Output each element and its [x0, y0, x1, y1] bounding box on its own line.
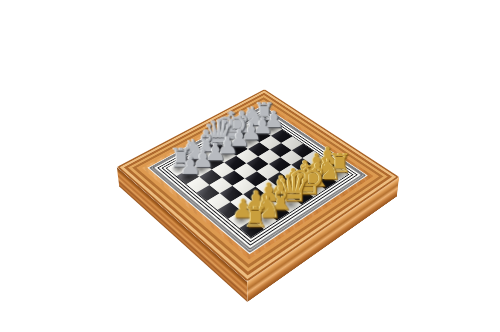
chess-board: ♜♞♝♛♚♝♞♜♟♟♟♟♟♟♟♟♟♟♟♟♟♟♟♟♜♞♝♛♚♝♞♜ [167, 116, 348, 238]
piece-silver-pawn: ♟ [180, 154, 202, 178]
wooden-base: ♜♞♝♛♚♝♞♜♟♟♟♟♟♟♟♟♟♟♟♟♟♟♟♟♜♞♝♛♚♝♞♜ [117, 89, 399, 282]
square-a1: ♜ [240, 220, 265, 238]
piece-gold-rook: ♜ [242, 203, 267, 231]
chess-set-scene: ♜♞♝♛♚♝♞♜♟♟♟♟♟♟♟♟♟♟♟♟♟♟♟♟♜♞♝♛♚♝♞♜ [0, 0, 500, 332]
product-photo-background: ♜♞♝♛♚♝♞♜♟♟♟♟♟♟♟♟♟♟♟♟♟♟♟♟♜♞♝♛♚♝♞♜ [0, 0, 500, 332]
